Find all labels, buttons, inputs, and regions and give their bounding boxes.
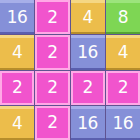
- tile-value: 2: [47, 9, 57, 26]
- tile-r3c3[interactable]: 2: [71, 71, 105, 105]
- tile-r2c2[interactable]: 2: [35, 35, 69, 69]
- tile-r4c1[interactable]: 4: [0, 106, 34, 140]
- tile-r2c4[interactable]: 4: [106, 35, 140, 69]
- tile-value: 16: [7, 9, 28, 26]
- tile-value: 4: [118, 44, 128, 61]
- tile-r1c4[interactable]: 8: [106, 0, 140, 34]
- tile-r2c3[interactable]: 16: [71, 35, 105, 69]
- tile-value: 2: [118, 79, 128, 96]
- tile-value: 4: [12, 115, 22, 132]
- puzzle-board: 16248421642222421616: [0, 0, 140, 140]
- tile-value: 16: [77, 44, 98, 61]
- tile-value: 4: [82, 9, 92, 26]
- tile-value: 2: [82, 79, 92, 96]
- tile-r3c4[interactable]: 2: [106, 71, 140, 105]
- tile-value: 16: [77, 115, 98, 132]
- tile-value: 2: [47, 44, 57, 61]
- tile-r4c2[interactable]: 2: [35, 106, 69, 140]
- tile-r4c4[interactable]: 16: [106, 106, 140, 140]
- tile-r3c2[interactable]: 2: [35, 71, 69, 105]
- tile-value: 4: [12, 44, 22, 61]
- tile-value: 2: [47, 114, 57, 131]
- tile-value: 16: [113, 115, 134, 132]
- tile-value: 2: [12, 79, 22, 96]
- tile-r1c2[interactable]: 2: [35, 0, 69, 34]
- tile-value: 8: [118, 9, 128, 26]
- tile-value: 2: [47, 79, 57, 96]
- tile-r2c1[interactable]: 4: [0, 35, 34, 69]
- tile-r3c1[interactable]: 2: [0, 71, 34, 105]
- tile-r1c1[interactable]: 16: [0, 0, 34, 34]
- tile-r1c3[interactable]: 4: [71, 0, 105, 34]
- tile-r4c3[interactable]: 16: [71, 106, 105, 140]
